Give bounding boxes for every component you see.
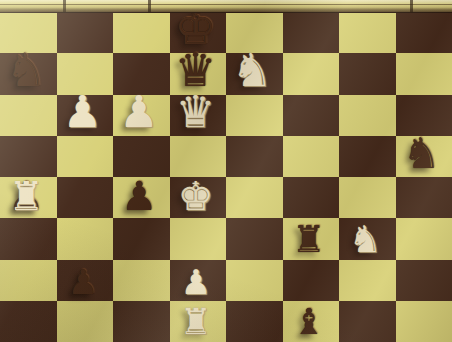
square-b5[interactable] bbox=[57, 136, 114, 177]
square-h8[interactable] bbox=[396, 12, 452, 53]
piece-black-bishop-f1[interactable]: ♝ bbox=[293, 304, 325, 340]
square-f8[interactable] bbox=[283, 12, 340, 53]
square-g5[interactable] bbox=[339, 136, 396, 177]
piece-white-pawn-c6[interactable]: ♟ bbox=[119, 90, 158, 134]
piece-black-pawn-b2[interactable]: ♟ bbox=[68, 265, 98, 299]
square-d5[interactable] bbox=[170, 136, 227, 177]
piece-white-knight-g3[interactable]: ♞ bbox=[349, 221, 382, 258]
square-a6[interactable] bbox=[0, 95, 57, 136]
square-b4[interactable] bbox=[57, 177, 114, 218]
square-a3[interactable] bbox=[0, 218, 57, 259]
square-c8[interactable] bbox=[113, 12, 170, 53]
piece-white-knight-e7[interactable]: ♞ bbox=[231, 47, 272, 93]
square-c2[interactable] bbox=[113, 260, 170, 301]
square-e6[interactable] bbox=[226, 95, 283, 136]
square-b3[interactable] bbox=[57, 218, 114, 259]
piece-black-knight-h5[interactable]: ♞ bbox=[403, 133, 441, 175]
piece-white-rook-d1[interactable]: ♜ bbox=[180, 304, 212, 340]
square-a5[interactable] bbox=[0, 136, 57, 177]
square-f4[interactable] bbox=[283, 177, 340, 218]
square-h3[interactable] bbox=[396, 218, 452, 259]
chess-board-photo: ♚♞♛♞♟♟♛♞♟♜♟♚♜♞♟♟♜♝ bbox=[0, 0, 452, 342]
square-f5[interactable] bbox=[283, 136, 340, 177]
square-g2[interactable] bbox=[339, 260, 396, 301]
square-c3[interactable] bbox=[113, 218, 170, 259]
square-e5[interactable] bbox=[226, 136, 283, 177]
piece-black-knight-a7[interactable]: ♞ bbox=[5, 47, 46, 93]
square-e1[interactable] bbox=[226, 301, 283, 342]
frame-hinge-seam bbox=[63, 0, 66, 12]
square-f6[interactable] bbox=[283, 95, 340, 136]
square-e3[interactable] bbox=[226, 218, 283, 259]
square-c5[interactable] bbox=[113, 136, 170, 177]
frame-rail-line bbox=[0, 4, 452, 5]
square-c1[interactable] bbox=[113, 301, 170, 342]
frame-hinge-seam bbox=[148, 0, 151, 12]
board-frame-top-rail bbox=[0, 0, 452, 13]
square-h4[interactable] bbox=[396, 177, 452, 218]
piece-black-pawn-c4[interactable]: ♟ bbox=[121, 176, 157, 216]
square-a2[interactable] bbox=[0, 260, 57, 301]
square-g6[interactable] bbox=[339, 95, 396, 136]
frame-hinge-seam bbox=[410, 0, 413, 12]
square-f2[interactable] bbox=[283, 260, 340, 301]
square-a1[interactable] bbox=[0, 301, 57, 342]
square-d3[interactable] bbox=[170, 218, 227, 259]
square-g4[interactable] bbox=[339, 177, 396, 218]
piece-black-rook-f3[interactable]: ♜ bbox=[292, 221, 325, 258]
square-b8[interactable] bbox=[57, 12, 114, 53]
square-e4[interactable] bbox=[226, 177, 283, 218]
square-h2[interactable] bbox=[396, 260, 452, 301]
square-g7[interactable] bbox=[339, 53, 396, 94]
square-g1[interactable] bbox=[339, 301, 396, 342]
square-e2[interactable] bbox=[226, 260, 283, 301]
piece-white-king-d4[interactable]: ♚ bbox=[178, 176, 214, 216]
square-f7[interactable] bbox=[283, 53, 340, 94]
piece-white-queen-d6[interactable]: ♛ bbox=[176, 90, 215, 134]
square-g8[interactable] bbox=[339, 12, 396, 53]
square-b1[interactable] bbox=[57, 301, 114, 342]
piece-white-pawn-d2[interactable]: ♟ bbox=[181, 265, 211, 299]
square-h7[interactable] bbox=[396, 53, 452, 94]
piece-white-rook-a4[interactable]: ♜ bbox=[8, 176, 44, 216]
piece-white-pawn-b6[interactable]: ♟ bbox=[63, 90, 102, 134]
square-h1[interactable] bbox=[396, 301, 452, 342]
